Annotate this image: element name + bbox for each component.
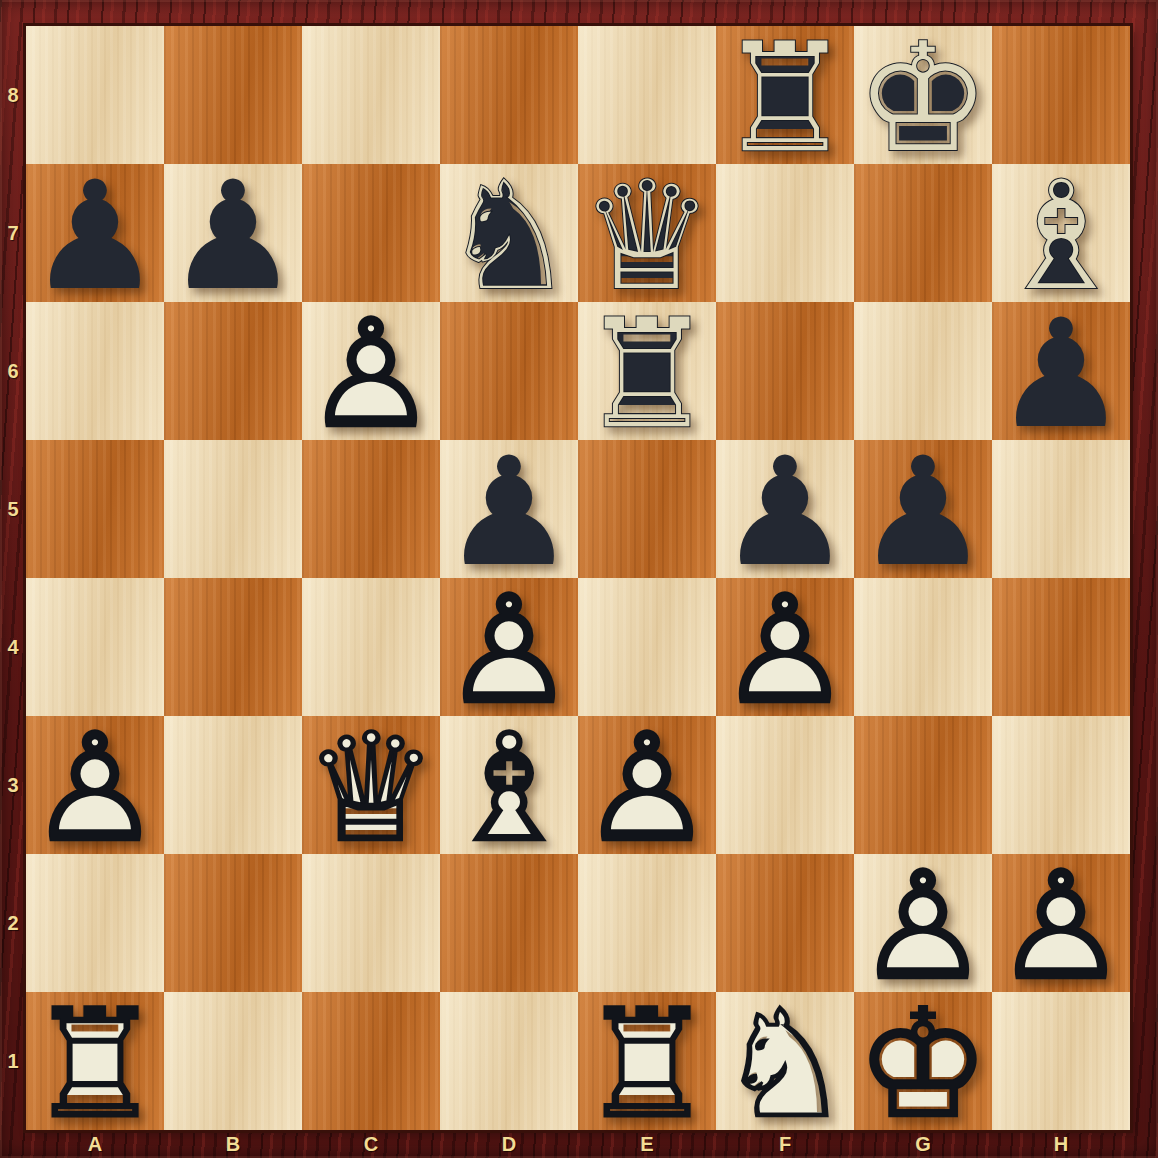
square-e5[interactable] — [578, 440, 716, 578]
white-knight-f1[interactable]: ♞♘ — [716, 992, 854, 1130]
white-pawn-e3[interactable]: ♟♙ — [578, 716, 716, 854]
square-d3[interactable]: ♝♗ — [440, 716, 578, 854]
square-h8[interactable] — [992, 26, 1130, 164]
square-f5[interactable]: ♟ — [716, 440, 854, 578]
square-d2[interactable] — [440, 854, 578, 992]
square-h1[interactable] — [992, 992, 1130, 1130]
black-pawn-d5[interactable]: ♟ — [440, 440, 578, 578]
white-queen-c3[interactable]: ♛♕ — [302, 716, 440, 854]
white-pawn-g2[interactable]: ♟♙ — [854, 854, 992, 992]
square-a6[interactable] — [26, 302, 164, 440]
square-h6[interactable]: ♟ — [992, 302, 1130, 440]
square-g4[interactable] — [854, 578, 992, 716]
black-pawn-b7[interactable]: ♟ — [164, 164, 302, 302]
square-e6[interactable]: ♜♖ — [578, 302, 716, 440]
file-label-b: B — [164, 1130, 302, 1158]
square-f7[interactable] — [716, 164, 854, 302]
square-g5[interactable]: ♟ — [854, 440, 992, 578]
board-frame: ♜♖♚♔♟♟♞♘♛♕♝♗♟♙♜♖♟♟♟♟♟♙♟♙♟♙♛♕♝♗♟♙♟♙♟♙♜♖♜♖… — [0, 0, 1158, 1158]
square-d8[interactable] — [440, 26, 578, 164]
black-rook-e6[interactable]: ♜♖ — [578, 302, 716, 440]
white-rook-a1[interactable]: ♜♖ — [26, 992, 164, 1130]
black-rook-f8[interactable]: ♜♖ — [716, 26, 854, 164]
rank-label-5: 5 — [0, 440, 26, 578]
square-a1[interactable]: ♜♖ — [26, 992, 164, 1130]
white-pawn-h2[interactable]: ♟♙ — [992, 854, 1130, 992]
square-a7[interactable]: ♟ — [26, 164, 164, 302]
square-f4[interactable]: ♟♙ — [716, 578, 854, 716]
white-pawn-c6[interactable]: ♟♙ — [302, 302, 440, 440]
square-h2[interactable]: ♟♙ — [992, 854, 1130, 992]
square-c2[interactable] — [302, 854, 440, 992]
square-b1[interactable] — [164, 992, 302, 1130]
square-b7[interactable]: ♟ — [164, 164, 302, 302]
rank-label-6: 6 — [0, 302, 26, 440]
square-c7[interactable] — [302, 164, 440, 302]
square-g2[interactable]: ♟♙ — [854, 854, 992, 992]
square-d1[interactable] — [440, 992, 578, 1130]
square-g1[interactable]: ♚♔ — [854, 992, 992, 1130]
white-rook-e1[interactable]: ♜♖ — [578, 992, 716, 1130]
black-bishop-h7[interactable]: ♝♗ — [992, 164, 1130, 302]
square-b5[interactable] — [164, 440, 302, 578]
black-pawn-f5[interactable]: ♟ — [716, 440, 854, 578]
square-h7[interactable]: ♝♗ — [992, 164, 1130, 302]
square-a4[interactable] — [26, 578, 164, 716]
square-e8[interactable] — [578, 26, 716, 164]
black-knight-d7[interactable]: ♞♘ — [440, 164, 578, 302]
white-pawn-f4[interactable]: ♟♙ — [716, 578, 854, 716]
file-label-e: E — [578, 1130, 716, 1158]
square-d4[interactable]: ♟♙ — [440, 578, 578, 716]
black-pawn-a7[interactable]: ♟ — [26, 164, 164, 302]
file-label-h: H — [992, 1130, 1130, 1158]
rank-label-2: 2 — [0, 854, 26, 992]
square-a5[interactable] — [26, 440, 164, 578]
square-e7[interactable]: ♛♕ — [578, 164, 716, 302]
square-c3[interactable]: ♛♕ — [302, 716, 440, 854]
black-king-g8[interactable]: ♚♔ — [854, 26, 992, 164]
square-f3[interactable] — [716, 716, 854, 854]
square-a8[interactable] — [26, 26, 164, 164]
rank-labels: 87654321 — [0, 26, 26, 1130]
white-king-g1[interactable]: ♚♔ — [854, 992, 992, 1130]
white-pawn-a3[interactable]: ♟♙ — [26, 716, 164, 854]
square-e2[interactable] — [578, 854, 716, 992]
rank-label-3: 3 — [0, 716, 26, 854]
square-e1[interactable]: ♜♖ — [578, 992, 716, 1130]
black-pawn-g5[interactable]: ♟ — [854, 440, 992, 578]
white-bishop-d3[interactable]: ♝♗ — [440, 716, 578, 854]
square-b2[interactable] — [164, 854, 302, 992]
file-labels: ABCDEFGH — [26, 1130, 1130, 1158]
square-g3[interactable] — [854, 716, 992, 854]
square-c5[interactable] — [302, 440, 440, 578]
square-e3[interactable]: ♟♙ — [578, 716, 716, 854]
square-c6[interactable]: ♟♙ — [302, 302, 440, 440]
square-f6[interactable] — [716, 302, 854, 440]
file-label-f: F — [716, 1130, 854, 1158]
board: ♜♖♚♔♟♟♞♘♛♕♝♗♟♙♜♖♟♟♟♟♟♙♟♙♟♙♛♕♝♗♟♙♟♙♟♙♜♖♜♖… — [26, 26, 1130, 1130]
white-pawn-d4[interactable]: ♟♙ — [440, 578, 578, 716]
file-label-g: G — [854, 1130, 992, 1158]
square-b3[interactable] — [164, 716, 302, 854]
square-g6[interactable] — [854, 302, 992, 440]
square-g7[interactable] — [854, 164, 992, 302]
black-pawn-h6[interactable]: ♟ — [992, 302, 1130, 440]
square-h5[interactable] — [992, 440, 1130, 578]
square-d7[interactable]: ♞♘ — [440, 164, 578, 302]
rank-label-1: 1 — [0, 992, 26, 1130]
square-h4[interactable] — [992, 578, 1130, 716]
square-b8[interactable] — [164, 26, 302, 164]
rank-label-4: 4 — [0, 578, 26, 716]
square-a2[interactable] — [26, 854, 164, 992]
square-f8[interactable]: ♜♖ — [716, 26, 854, 164]
square-f1[interactable]: ♞♘ — [716, 992, 854, 1130]
file-label-c: C — [302, 1130, 440, 1158]
square-b4[interactable] — [164, 578, 302, 716]
square-d6[interactable] — [440, 302, 578, 440]
square-g8[interactable]: ♚♔ — [854, 26, 992, 164]
black-queen-e7[interactable]: ♛♕ — [578, 164, 716, 302]
square-b6[interactable] — [164, 302, 302, 440]
square-d5[interactable]: ♟ — [440, 440, 578, 578]
rank-label-8: 8 — [0, 26, 26, 164]
file-label-a: A — [26, 1130, 164, 1158]
file-label-d: D — [440, 1130, 578, 1158]
square-c4[interactable] — [302, 578, 440, 716]
square-e4[interactable] — [578, 578, 716, 716]
rank-label-7: 7 — [0, 164, 26, 302]
square-h3[interactable] — [992, 716, 1130, 854]
square-c8[interactable] — [302, 26, 440, 164]
square-c1[interactable] — [302, 992, 440, 1130]
square-a3[interactable]: ♟♙ — [26, 716, 164, 854]
square-f2[interactable] — [716, 854, 854, 992]
